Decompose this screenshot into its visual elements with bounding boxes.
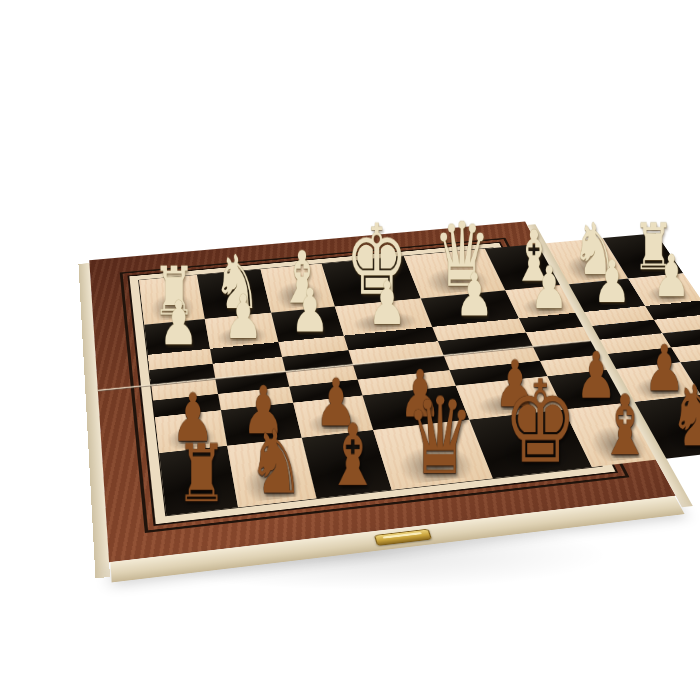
brass-clasp [374,529,432,546]
dark-knight-piece: ♞ [248,429,305,497]
square-g8: ♞ [227,438,316,508]
square-h8: ♜ [159,446,238,516]
light-pawn-piece: ♟ [368,281,407,328]
dark-rook-piece: ♜ [176,444,227,506]
light-pawn-piece: ♟ [653,254,691,299]
light-pawn-piece: ♟ [593,260,631,306]
dark-king-piece: ♚ [504,378,578,467]
square-d8: ♚ [469,409,592,478]
product-photo-scene: ♜♞♝♚♛♝♞♜♟♟♟♟♟♟♟♟♟♟♟♟♟♟♟♟♜♞♝♛♚♝♞♜ [0,0,700,700]
light-pawn-piece: ♟ [455,272,493,318]
dark-knight-piece: ♞ [670,384,700,450]
chess-board-grid: ♜♞♝♚♛♝♞♜♟♟♟♟♟♟♟♟♟♟♟♟♟♟♟♟♜♞♝♛♚♝♞♜ [138,248,603,517]
folding-chess-box: ♜♞♝♚♛♝♞♜♟♟♟♟♟♟♟♟♟♟♟♟♟♟♟♟♜♞♝♛♚♝♞♜ [89,222,675,563]
dark-queen-piece: ♛ [406,395,475,478]
light-pawn-piece: ♟ [224,294,263,341]
pinstripe-outer-frame: ♜♞♝♚♛♝♞♜♟♟♟♟♟♟♟♟♟♟♟♟♟♟♟♟♜♞♝♛♚♝♞♜ [120,238,630,533]
square-f2: ♟ [271,307,344,343]
dark-bishop-piece: ♝ [599,393,652,457]
square-f8: ♝ [301,430,391,498]
light-pawn-piece: ♟ [530,266,568,312]
dark-bishop-piece: ♝ [325,422,380,488]
light-pawn-piece: ♟ [159,300,198,348]
cream-border-band: ♜♞♝♚♛♝♞♜♟♟♟♟♟♟♟♟♟♟♟♟♟♟♟♟♜♞♝♛♚♝♞♜ [127,242,618,526]
square-h2: ♟ [144,319,210,355]
light-pawn-piece: ♟ [290,288,329,335]
